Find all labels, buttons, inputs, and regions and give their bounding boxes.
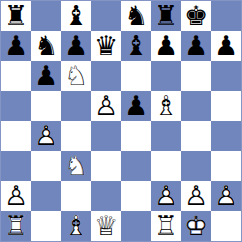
black-bishop-piece[interactable]: ♝: [121, 31, 151, 61]
square-f3[interactable]: [151, 151, 181, 181]
black-pawn-piece[interactable]: ♟: [1, 31, 31, 61]
square-c2[interactable]: [61, 181, 91, 211]
white-bishop-outline: ♗: [151, 91, 181, 121]
chess-board: ♜♝♞♜♚♟♞♟♛♝♟♟♟♟♞♘♟♙♟♝♗♟♙♞♘♟♙♟♙♟♙♟♙♜♖♝♗♛♕♜…: [0, 0, 242, 242]
white-pawn-outline: ♙: [211, 181, 241, 211]
black-knight-glyph: ♞: [31, 31, 61, 61]
square-a5[interactable]: [1, 91, 31, 121]
white-knight-piece[interactable]: ♞♘: [61, 151, 91, 181]
black-knight-piece[interactable]: ♞: [31, 31, 61, 61]
square-c8[interactable]: ♝: [61, 1, 91, 31]
black-pawn-glyph: ♟: [181, 31, 211, 61]
black-knight-piece[interactable]: ♞: [121, 1, 151, 31]
square-e7[interactable]: ♝: [121, 31, 151, 61]
white-pawn-outline: ♙: [1, 181, 31, 211]
black-queen-glyph: ♛: [91, 31, 121, 61]
chess-board-container: ♜♝♞♜♚♟♞♟♛♝♟♟♟♟♞♘♟♙♟♝♗♟♙♞♘♟♙♟♙♟♙♟♙♜♖♝♗♛♕♜…: [0, 0, 242, 242]
square-g8[interactable]: ♚: [181, 1, 211, 31]
square-h2[interactable]: ♟♙: [211, 181, 241, 211]
white-pawn-piece[interactable]: ♟♙: [181, 181, 211, 211]
square-d2[interactable]: [91, 181, 121, 211]
square-c4[interactable]: [61, 121, 91, 151]
black-pawn-piece[interactable]: ♟: [211, 31, 241, 61]
square-d8[interactable]: [91, 1, 121, 31]
square-f8[interactable]: ♜: [151, 1, 181, 31]
square-c5[interactable]: [61, 91, 91, 121]
square-f5[interactable]: ♝♗: [151, 91, 181, 121]
white-pawn-piece[interactable]: ♟♙: [211, 181, 241, 211]
white-queen-outline: ♕: [91, 211, 121, 241]
black-rook-glyph: ♜: [1, 1, 31, 31]
square-f4[interactable]: [151, 121, 181, 151]
black-king-glyph: ♚: [181, 1, 211, 31]
square-g4[interactable]: [181, 121, 211, 151]
square-e5[interactable]: ♟: [121, 91, 151, 121]
square-c6[interactable]: ♞♘: [61, 61, 91, 91]
black-rook-piece[interactable]: ♜: [151, 1, 181, 31]
square-c7[interactable]: ♟: [61, 31, 91, 61]
black-bishop-glyph: ♝: [121, 31, 151, 61]
black-pawn-glyph: ♟: [211, 31, 241, 61]
white-pawn-outline: ♙: [181, 181, 211, 211]
black-pawn-glyph: ♟: [1, 31, 31, 61]
white-king-outline: ♔: [181, 211, 211, 241]
square-g6[interactable]: [181, 61, 211, 91]
black-pawn-piece[interactable]: ♟: [151, 31, 181, 61]
white-pawn-outline: ♙: [151, 181, 181, 211]
black-king-piece[interactable]: ♚: [181, 1, 211, 31]
square-b1[interactable]: [31, 211, 61, 241]
square-b3[interactable]: [31, 151, 61, 181]
square-e1[interactable]: [121, 211, 151, 241]
square-f7[interactable]: ♟: [151, 31, 181, 61]
white-knight-outline: ♘: [61, 151, 91, 181]
black-queen-piece[interactable]: ♛: [91, 31, 121, 61]
square-f1[interactable]: ♜♖: [151, 211, 181, 241]
white-pawn-outline: ♙: [91, 91, 121, 121]
white-rook-outline: ♖: [1, 211, 31, 241]
black-bishop-glyph: ♝: [61, 1, 91, 31]
square-g2[interactable]: ♟♙: [181, 181, 211, 211]
white-knight-outline: ♘: [61, 61, 91, 91]
square-g5[interactable]: [181, 91, 211, 121]
square-a3[interactable]: [1, 151, 31, 181]
square-f6[interactable]: [151, 61, 181, 91]
square-b8[interactable]: [31, 1, 61, 31]
square-e6[interactable]: [121, 61, 151, 91]
white-pawn-piece[interactable]: ♟♙: [151, 181, 181, 211]
square-a6[interactable]: [1, 61, 31, 91]
square-c3[interactable]: ♞♘: [61, 151, 91, 181]
black-bishop-piece[interactable]: ♝: [61, 1, 91, 31]
square-d4[interactable]: [91, 121, 121, 151]
square-h6[interactable]: [211, 61, 241, 91]
white-pawn-piece[interactable]: ♟♙: [91, 91, 121, 121]
square-b4[interactable]: ♟♙: [31, 121, 61, 151]
square-c1[interactable]: ♝♗: [61, 211, 91, 241]
white-pawn-piece[interactable]: ♟♙: [1, 181, 31, 211]
square-e4[interactable]: [121, 121, 151, 151]
square-h4[interactable]: [211, 121, 241, 151]
white-king-piece[interactable]: ♚♔: [181, 211, 211, 241]
square-d5[interactable]: ♟♙: [91, 91, 121, 121]
black-pawn-piece[interactable]: ♟: [181, 31, 211, 61]
square-e3[interactable]: [121, 151, 151, 181]
white-rook-piece[interactable]: ♜♖: [151, 211, 181, 241]
square-a4[interactable]: [1, 121, 31, 151]
square-b6[interactable]: ♟: [31, 61, 61, 91]
square-f2[interactable]: ♟♙: [151, 181, 181, 211]
square-d1[interactable]: ♛♕: [91, 211, 121, 241]
white-pawn-piece[interactable]: ♟♙: [31, 121, 61, 151]
square-g3[interactable]: [181, 151, 211, 181]
square-a2[interactable]: ♟♙: [1, 181, 31, 211]
white-bishop-outline: ♗: [61, 211, 91, 241]
white-rook-piece[interactable]: ♜♖: [1, 211, 31, 241]
white-knight-piece[interactable]: ♞♘: [61, 61, 91, 91]
square-a8[interactable]: ♜: [1, 1, 31, 31]
white-queen-piece[interactable]: ♛♕: [91, 211, 121, 241]
black-pawn-glyph: ♟: [61, 31, 91, 61]
black-rook-piece[interactable]: ♜: [1, 1, 31, 31]
square-h8[interactable]: [211, 1, 241, 31]
black-pawn-piece[interactable]: ♟: [121, 91, 151, 121]
square-g1[interactable]: ♚♔: [181, 211, 211, 241]
square-e8[interactable]: ♞: [121, 1, 151, 31]
square-d3[interactable]: [91, 151, 121, 181]
square-d7[interactable]: ♛: [91, 31, 121, 61]
square-h3[interactable]: [211, 151, 241, 181]
black-rook-glyph: ♜: [151, 1, 181, 31]
square-a7[interactable]: ♟: [1, 31, 31, 61]
square-a1[interactable]: ♜♖: [1, 211, 31, 241]
black-pawn-piece[interactable]: ♟: [31, 61, 61, 91]
white-rook-outline: ♖: [151, 211, 181, 241]
square-h7[interactable]: ♟: [211, 31, 241, 61]
square-e2[interactable]: [121, 181, 151, 211]
square-b5[interactable]: [31, 91, 61, 121]
square-h1[interactable]: [211, 211, 241, 241]
black-pawn-piece[interactable]: ♟: [61, 31, 91, 61]
black-pawn-glyph: ♟: [121, 91, 151, 121]
white-bishop-piece[interactable]: ♝♗: [61, 211, 91, 241]
black-pawn-glyph: ♟: [151, 31, 181, 61]
black-knight-glyph: ♞: [121, 1, 151, 31]
white-pawn-outline: ♙: [31, 121, 61, 151]
square-d6[interactable]: [91, 61, 121, 91]
square-g7[interactable]: ♟: [181, 31, 211, 61]
black-pawn-glyph: ♟: [31, 61, 61, 91]
white-bishop-piece[interactable]: ♝♗: [151, 91, 181, 121]
square-h5[interactable]: [211, 91, 241, 121]
square-b2[interactable]: [31, 181, 61, 211]
square-b7[interactable]: ♞: [31, 31, 61, 61]
